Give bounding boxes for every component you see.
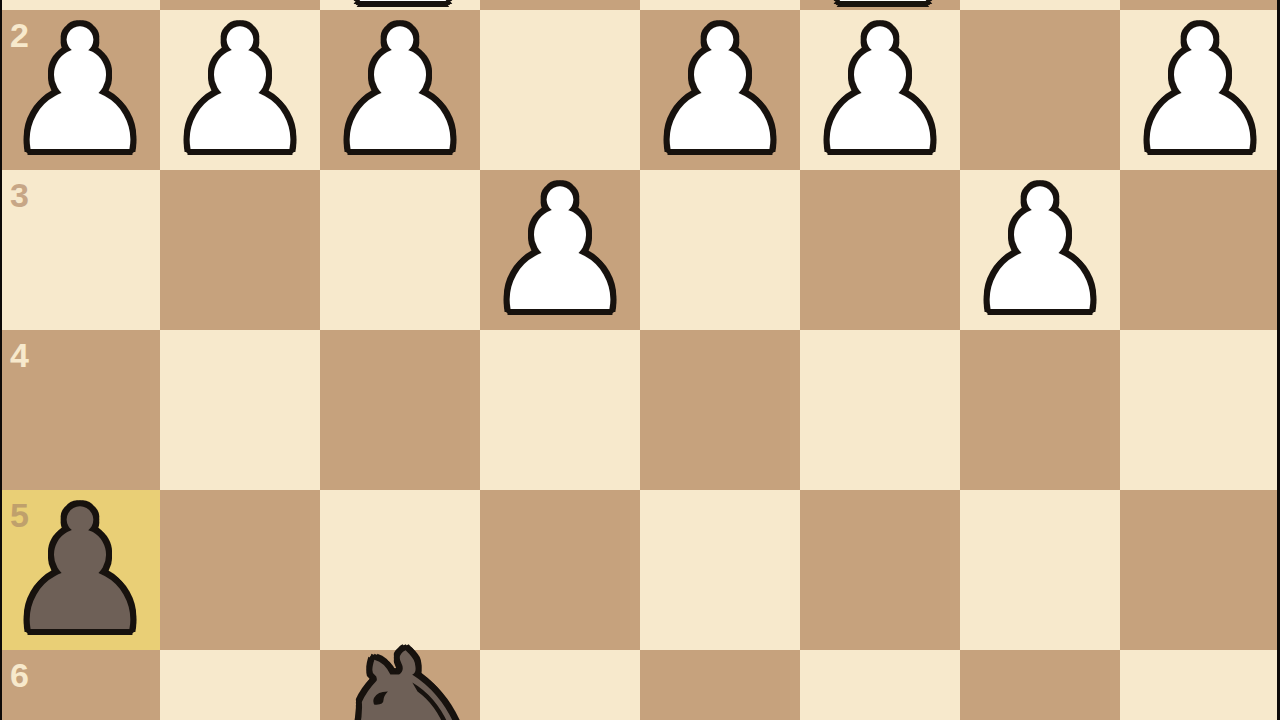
square-a2[interactable]: ♟ <box>1120 10 1280 170</box>
square-e2[interactable] <box>480 10 640 170</box>
square-a3[interactable] <box>1120 170 1280 330</box>
letterbox-left-bar <box>0 0 2 720</box>
white-pawn-a2[interactable]: ♟ <box>1120 7 1280 175</box>
square-a6[interactable] <box>1120 650 1280 720</box>
square-d4[interactable] <box>640 330 800 490</box>
square-b5[interactable] <box>960 490 1120 650</box>
square-g2[interactable]: ♟ <box>160 10 320 170</box>
square-c6[interactable] <box>800 650 960 720</box>
square-d3[interactable] <box>640 170 800 330</box>
white-pawn-f2[interactable]: ♟ <box>320 7 480 175</box>
square-c2[interactable]: ♟ <box>800 10 960 170</box>
square-e5[interactable] <box>480 490 640 650</box>
square-g5[interactable] <box>160 490 320 650</box>
rank-label-4: 4 <box>10 336 29 375</box>
square-b4[interactable] <box>960 330 1120 490</box>
square-h4[interactable]: 4 <box>0 330 160 490</box>
rank-label-2: 2 <box>10 16 29 55</box>
square-d2[interactable]: ♟ <box>640 10 800 170</box>
square-b2[interactable] <box>960 10 1120 170</box>
square-b3[interactable]: ♟ <box>960 170 1120 330</box>
square-e6[interactable] <box>480 650 640 720</box>
square-g3[interactable] <box>160 170 320 330</box>
rank-label-3: 3 <box>10 176 29 215</box>
square-c5[interactable] <box>800 490 960 650</box>
square-a5[interactable] <box>1120 490 1280 650</box>
white-pawn-b3[interactable]: ♟ <box>960 167 1120 335</box>
square-e4[interactable] <box>480 330 640 490</box>
square-g6[interactable] <box>160 650 320 720</box>
square-c4[interactable] <box>800 330 960 490</box>
square-f6[interactable]: ♞ <box>320 650 480 720</box>
square-c3[interactable] <box>800 170 960 330</box>
white-pawn-g2[interactable]: ♟ <box>160 7 320 175</box>
square-d6[interactable] <box>640 650 800 720</box>
rank-label-6: 6 <box>10 656 29 695</box>
white-pawn-d2[interactable]: ♟ <box>640 7 800 175</box>
square-b6[interactable] <box>960 650 1120 720</box>
black-knight-f6[interactable]: ♞ <box>320 627 480 720</box>
square-g4[interactable] <box>160 330 320 490</box>
white-pawn-e3[interactable]: ♟ <box>480 167 640 335</box>
square-e3[interactable]: ♟ <box>480 170 640 330</box>
square-f4[interactable] <box>320 330 480 490</box>
square-h3[interactable]: 3 <box>0 170 160 330</box>
video-frame: 1♝♝2♟♟♟♟♟♟3♟♟45♟6♞78 <box>0 0 1280 720</box>
board: 1♝♝2♟♟♟♟♟♟3♟♟45♟6♞78 <box>0 0 1280 720</box>
white-pawn-c2[interactable]: ♟ <box>800 7 960 175</box>
rank-label-5: 5 <box>10 496 29 535</box>
square-f3[interactable] <box>320 170 480 330</box>
square-d5[interactable] <box>640 490 800 650</box>
square-b1[interactable] <box>960 0 1120 10</box>
square-a4[interactable] <box>1120 330 1280 490</box>
square-h5[interactable]: 5♟ <box>0 490 160 650</box>
square-h2[interactable]: 2♟ <box>0 10 160 170</box>
square-e1[interactable] <box>480 0 640 10</box>
square-f2[interactable]: ♟ <box>320 10 480 170</box>
